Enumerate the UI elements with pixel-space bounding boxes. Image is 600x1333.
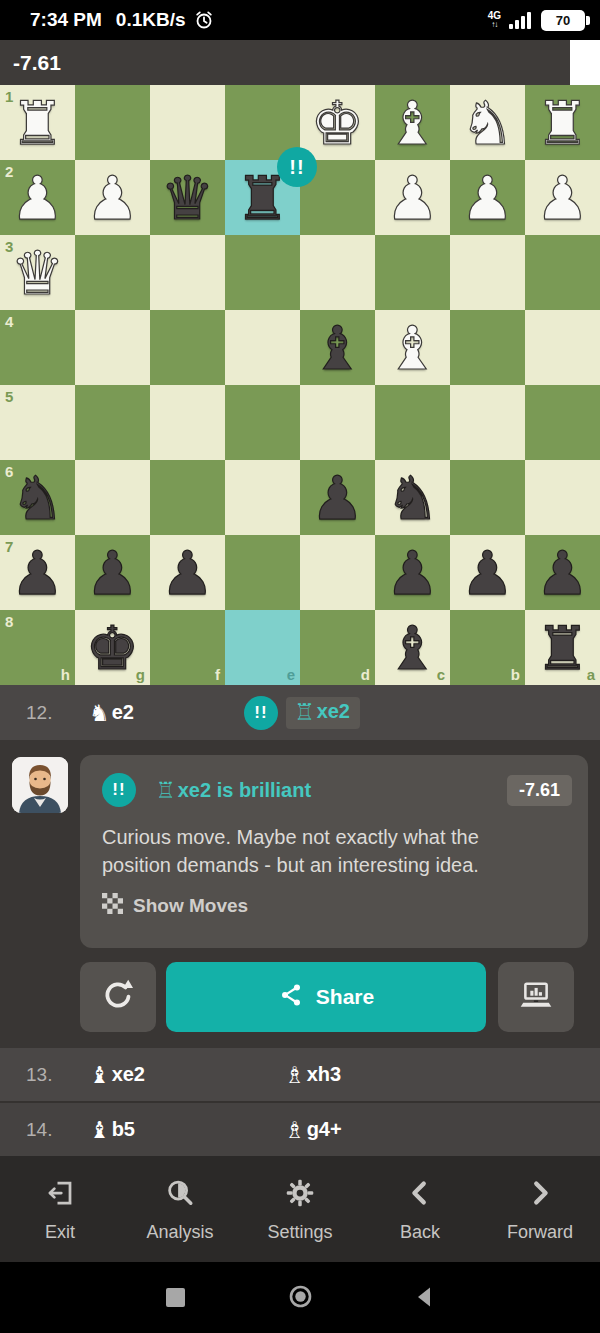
analysis-icon	[165, 1178, 195, 1212]
square-a5[interactable]	[525, 385, 600, 460]
square-h5[interactable]: 5	[0, 385, 75, 460]
square-e7[interactable]	[225, 535, 300, 610]
black-piece-glyph-icon: ♗	[284, 1062, 305, 1088]
bottom-navigation: ExitAnalysisSettingsBackForward	[0, 1156, 600, 1262]
square-d6[interactable]: ♟	[300, 460, 375, 535]
white-bishop-c1: ♝	[375, 85, 450, 160]
square-a1[interactable]: ♜	[525, 85, 600, 160]
computer-analysis-button[interactable]	[498, 962, 574, 1032]
evaluation-bar-white-segment	[570, 40, 600, 85]
file-label-h: h	[61, 666, 70, 683]
nav-label: Settings	[267, 1222, 332, 1243]
black-pawn-c7: ♟	[375, 535, 450, 610]
black-bishop-d4: ♝	[300, 310, 375, 385]
move-number: 14.	[0, 1119, 89, 1141]
user-avatar[interactable]	[12, 757, 68, 813]
brilliant-move-chip[interactable]: ♖xe2	[286, 697, 360, 729]
square-g1[interactable]	[75, 85, 150, 160]
square-d3[interactable]	[300, 235, 375, 310]
recents-icon[interactable]	[166, 1288, 185, 1307]
rook-glyph-icon: ♖	[156, 778, 176, 803]
white-queen-h3: ♛	[0, 235, 75, 310]
square-c7[interactable]: ♟	[375, 535, 450, 610]
square-c5[interactable]	[375, 385, 450, 460]
evaluation-bar: -7.61	[0, 40, 600, 85]
analysis-title: ♖ xe2 is brilliant	[156, 778, 311, 803]
square-c4[interactable]: ♝	[375, 310, 450, 385]
square-f6[interactable]	[150, 460, 225, 535]
square-b1[interactable]: ♞	[450, 85, 525, 160]
move-row-13[interactable]: 13.♝xe2♗xh3	[0, 1048, 600, 1101]
square-c2[interactable]: ♟	[375, 160, 450, 235]
nav-item-back[interactable]: Back	[360, 1156, 480, 1262]
move-row-14[interactable]: 14.♝b5♗g4+	[0, 1103, 600, 1156]
white-piece-glyph-icon: ♝	[89, 1117, 110, 1143]
black-rook-a8: ♜	[525, 610, 600, 685]
move-number: 13.	[0, 1064, 89, 1086]
white-bishop-c4: ♝	[375, 310, 450, 385]
evaluation-chip: -7.61	[507, 775, 572, 806]
app-screen: 7:34 PM 0.1KB/s 4G ↑↓ 70 -7.61	[0, 0, 600, 1333]
file-label-f: f	[215, 666, 220, 683]
white-pawn-h2: ♟	[0, 160, 75, 235]
square-d5[interactable]	[300, 385, 375, 460]
rank-label-4: 4	[5, 313, 13, 330]
square-b7[interactable]: ♟	[450, 535, 525, 610]
file-label-b: b	[511, 666, 520, 683]
square-f5[interactable]	[150, 385, 225, 460]
square-b6[interactable]	[450, 460, 525, 535]
square-e8[interactable]: e	[225, 610, 300, 685]
square-c3[interactable]	[375, 235, 450, 310]
square-b2[interactable]: ♟	[450, 160, 525, 235]
black-pawn-f7: ♟	[150, 535, 225, 610]
black-pawn-a7: ♟	[525, 535, 600, 610]
nav-item-settings[interactable]: Settings	[240, 1156, 360, 1262]
analysis-comment: Curious move. Maybe not exactly what the…	[80, 807, 530, 879]
exit-icon	[45, 1178, 75, 1212]
nav-item-analysis[interactable]: Analysis	[120, 1156, 240, 1262]
black-pawn-b7: ♟	[450, 535, 525, 610]
square-b3[interactable]	[450, 235, 525, 310]
square-h4[interactable]: 4	[0, 310, 75, 385]
square-e6[interactable]	[225, 460, 300, 535]
black-move[interactable]: !!♖xe2	[244, 696, 600, 730]
rank-label-5: 5	[5, 388, 13, 405]
square-g4[interactable]	[75, 310, 150, 385]
white-knight-b1: ♞	[450, 85, 525, 160]
black-queen-f2: ♛	[150, 160, 225, 235]
nav-label: Back	[400, 1222, 440, 1243]
retry-button[interactable]	[80, 962, 156, 1032]
square-h1[interactable]: 1♜	[0, 85, 75, 160]
computer-analysis-icon	[519, 978, 553, 1016]
white-pawn-b2: ♟	[450, 160, 525, 235]
show-moves-button[interactable]: Show Moves	[80, 879, 588, 919]
square-h6[interactable]: 6♞	[0, 460, 75, 535]
square-c1[interactable]: ♝	[375, 85, 450, 160]
nav-label: Analysis	[146, 1222, 213, 1243]
white-rook-h1: ♜	[0, 85, 75, 160]
square-f2[interactable]: ♛	[150, 160, 225, 235]
rank-label-8: 8	[5, 613, 13, 630]
white-move[interactable]: ♝b5	[89, 1117, 244, 1143]
square-f7[interactable]: ♟	[150, 535, 225, 610]
nav-label: Exit	[45, 1222, 75, 1243]
settings-icon	[285, 1178, 315, 1212]
brilliant-badge-icon: !!	[244, 696, 278, 730]
square-h3[interactable]: 3♛	[0, 235, 75, 310]
black-move[interactable]: ♗g4+	[244, 1117, 600, 1143]
black-pawn-g7: ♟	[75, 535, 150, 610]
back-triangle-icon[interactable]	[414, 1285, 438, 1313]
black-knight-c6: ♞	[375, 460, 450, 535]
square-g3[interactable]	[75, 235, 150, 310]
move-row-12[interactable]: 12.♞e2!!♖xe2	[0, 685, 600, 740]
square-h7[interactable]: 7♟	[0, 535, 75, 610]
alarm-icon	[194, 10, 214, 30]
forward-icon	[525, 1178, 555, 1212]
white-move[interactable]: ♞e2	[89, 700, 244, 726]
square-g5[interactable]	[75, 385, 150, 460]
white-pawn-a2: ♟	[525, 160, 600, 235]
share-icon	[278, 982, 304, 1013]
square-f8[interactable]: f	[150, 610, 225, 685]
chess-board: 1♜♚♝♞♜2♟♟♛♜!!♟♟♟3♛4♝♝56♞♟♞7♟♟♟♟♟♟8hg♚fed…	[0, 85, 600, 685]
signal-bars-icon	[507, 7, 535, 33]
square-f1[interactable]	[150, 85, 225, 160]
evaluation-score: -7.61	[13, 51, 61, 75]
nav-label: Forward	[507, 1222, 573, 1243]
square-d4[interactable]: ♝	[300, 310, 375, 385]
square-a3[interactable]	[525, 235, 600, 310]
black-pawn-h7: ♟	[0, 535, 75, 610]
network-speed: 0.1KB/s	[116, 9, 186, 31]
square-a8[interactable]: a♜	[525, 610, 600, 685]
share-button[interactable]: Share	[166, 962, 486, 1032]
square-d1[interactable]: ♚	[300, 85, 375, 160]
white-rook-a1: ♜	[525, 85, 600, 160]
battery-indicator: 70	[541, 10, 590, 31]
status-bar: 7:34 PM 0.1KB/s 4G ↑↓ 70	[0, 0, 600, 40]
square-b5[interactable]	[450, 385, 525, 460]
home-icon[interactable]	[288, 1284, 313, 1313]
black-move[interactable]: ♗xh3	[244, 1062, 600, 1088]
white-piece-glyph-icon: ♞	[89, 700, 110, 726]
square-f3[interactable]	[150, 235, 225, 310]
square-e2[interactable]: ♜!!	[225, 160, 300, 235]
square-g6[interactable]	[75, 460, 150, 535]
black-bishop-c8: ♝	[375, 610, 450, 685]
back-icon	[405, 1178, 435, 1212]
square-g8[interactable]: g♚	[75, 610, 150, 685]
network-type: 4G ↑↓	[488, 11, 501, 29]
square-c8[interactable]: c♝	[375, 610, 450, 685]
square-a2[interactable]: ♟	[525, 160, 600, 235]
black-king-g8: ♚	[75, 610, 150, 685]
nav-item-forward[interactable]: Forward	[480, 1156, 600, 1262]
black-knight-h6: ♞	[0, 460, 75, 535]
move-number: 12.	[0, 702, 89, 724]
square-d7[interactable]	[300, 535, 375, 610]
analysis-card: !! ♖ xe2 is brilliant -7.61 Curious move…	[80, 755, 588, 948]
square-h2[interactable]: 2♟	[0, 160, 75, 235]
square-a7[interactable]: ♟	[525, 535, 600, 610]
clock-time: 7:34 PM	[30, 9, 102, 31]
square-e4[interactable]	[225, 310, 300, 385]
square-b4[interactable]	[450, 310, 525, 385]
square-d8[interactable]: d	[300, 610, 375, 685]
white-pawn-g2: ♟	[75, 160, 150, 235]
square-e5[interactable]	[225, 385, 300, 460]
nav-item-exit[interactable]: Exit	[0, 1156, 120, 1262]
square-f4[interactable]	[150, 310, 225, 385]
square-g7[interactable]: ♟	[75, 535, 150, 610]
file-label-e: e	[287, 666, 295, 683]
square-g2[interactable]: ♟	[75, 160, 150, 235]
brilliant-badge-icon: !!	[102, 773, 136, 807]
brilliant-badge-on-board: !!	[277, 147, 317, 187]
black-piece-glyph-icon: ♖	[294, 699, 315, 725]
square-e3[interactable]	[225, 235, 300, 310]
black-pawn-d6: ♟	[300, 460, 375, 535]
white-pawn-c2: ♟	[375, 160, 450, 235]
square-c6[interactable]: ♞	[375, 460, 450, 535]
square-a6[interactable]	[525, 460, 600, 535]
square-a4[interactable]	[525, 310, 600, 385]
white-piece-glyph-icon: ♝	[89, 1062, 110, 1088]
board-icon	[102, 893, 123, 919]
white-move[interactable]: ♝xe2	[89, 1062, 244, 1088]
black-piece-glyph-icon: ♗	[284, 1117, 305, 1143]
refresh-icon	[101, 978, 135, 1016]
square-b8[interactable]: b	[450, 610, 525, 685]
android-system-bar	[0, 1262, 600, 1333]
file-label-d: d	[361, 666, 370, 683]
white-king-d1: ♚	[300, 85, 375, 160]
analysis-zone: !! ♖ xe2 is brilliant -7.61 Curious move…	[0, 740, 600, 1048]
square-h8[interactable]: 8h	[0, 610, 75, 685]
